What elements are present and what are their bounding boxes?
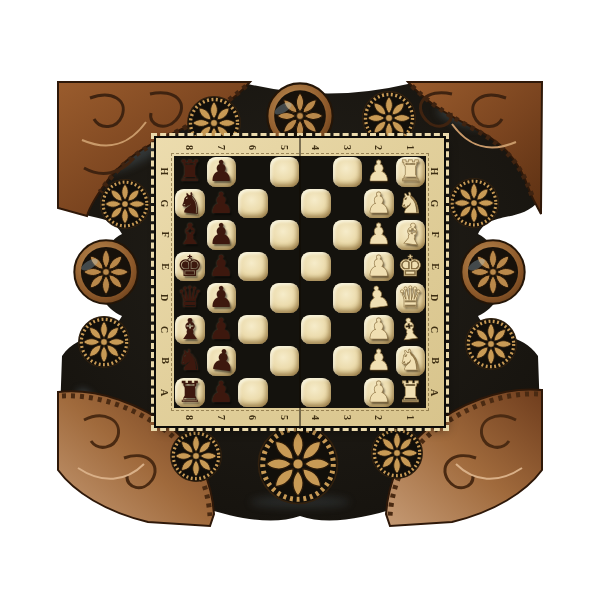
- piece-black-pawn-h7[interactable]: ♟: [206, 156, 238, 188]
- square-g8[interactable]: ♞: [174, 188, 206, 220]
- square-g3[interactable]: [332, 188, 364, 220]
- square-c4[interactable]: [300, 314, 332, 346]
- rank-label-bottom-3: 3: [332, 408, 364, 426]
- piece-white-rook-a1[interactable]: ♜: [395, 377, 427, 409]
- piece-black-pawn-c7[interactable]: ♟: [206, 314, 238, 346]
- rosette-top-right: [363, 92, 416, 145]
- piece-black-knight-b8[interactable]: ♞: [174, 345, 206, 377]
- square-c6[interactable]: [237, 314, 269, 346]
- piece-black-rook-h8[interactable]: ♜: [174, 156, 206, 188]
- square-c1[interactable]: ♝: [395, 314, 427, 346]
- piece-white-pawn-h2[interactable]: ♟: [363, 156, 395, 188]
- square-g1[interactable]: ♞: [395, 188, 427, 220]
- piece-white-pawn-e2[interactable]: ♟: [363, 251, 395, 283]
- square-b7[interactable]: ♟: [206, 345, 238, 377]
- carved-light-square-pillow: [333, 283, 363, 313]
- carved-light-square-pillow: [333, 220, 363, 250]
- square-h3[interactable]: [332, 156, 364, 188]
- rank-label-bottom-6: 6: [237, 408, 269, 426]
- rank-label-bottom-1: 1: [395, 408, 427, 426]
- board-border-corner: [156, 408, 174, 426]
- square-a7[interactable]: ♟: [206, 377, 238, 409]
- square-g5[interactable]: [269, 188, 301, 220]
- file-label-left-E: E: [156, 251, 174, 283]
- piece-white-bishop-f1[interactable]: ♝: [394, 217, 429, 252]
- square-a3[interactable]: [332, 377, 364, 409]
- square-e4[interactable]: [300, 251, 332, 283]
- square-b8[interactable]: ♞: [174, 345, 206, 377]
- piece-white-pawn-f2[interactable]: ♟: [363, 219, 395, 251]
- carved-light-square-pillow: [270, 346, 300, 376]
- square-d8[interactable]: ♛: [174, 282, 206, 314]
- piece-white-pawn-b2[interactable]: ♟: [363, 345, 395, 377]
- square-h4[interactable]: [300, 156, 332, 188]
- piece-white-bishop-c1[interactable]: ♝: [391, 312, 427, 348]
- rosette-left-lower: [79, 317, 130, 368]
- file-label-left-G: G: [156, 188, 174, 220]
- rank-label-bottom-2: 2: [363, 408, 395, 426]
- carved-light-square-pillow: [301, 189, 331, 219]
- piece-white-king-e1[interactable]: ♚: [395, 251, 427, 283]
- piece-white-knight-b1[interactable]: ♞: [395, 345, 427, 377]
- square-a2[interactable]: ♟: [363, 377, 395, 409]
- file-label-left-C: C: [156, 314, 174, 346]
- square-d7[interactable]: ♟: [206, 282, 238, 314]
- square-f5[interactable]: [269, 219, 301, 251]
- square-h5[interactable]: [269, 156, 301, 188]
- piece-black-pawn-b7[interactable]: ♟: [205, 343, 240, 378]
- knob-right-middle: [461, 240, 524, 303]
- square-f8[interactable]: ♝: [174, 219, 206, 251]
- board-fold-seam: [299, 135, 301, 429]
- rank-label-top-5: 5: [269, 138, 301, 156]
- rosette-right-upper: [450, 179, 499, 228]
- file-label-left-D: D: [156, 282, 174, 314]
- square-f1[interactable]: ♝: [395, 219, 427, 251]
- square-h2[interactable]: ♟: [363, 156, 395, 188]
- rosette-left-upper: [101, 180, 150, 229]
- rank-label-bottom-8: 8: [174, 408, 206, 426]
- file-label-left-A: A: [156, 377, 174, 409]
- square-h6[interactable]: [237, 156, 269, 188]
- square-g2[interactable]: ♟: [363, 188, 395, 220]
- square-f2[interactable]: ♟: [363, 219, 395, 251]
- square-e2[interactable]: ♟: [363, 251, 395, 283]
- square-d2[interactable]: ♟: [363, 282, 395, 314]
- square-a8[interactable]: ♜: [174, 377, 206, 409]
- square-e1[interactable]: ♚: [395, 251, 427, 283]
- piece-white-pawn-d2[interactable]: ♟: [360, 280, 396, 316]
- square-a1[interactable]: ♜: [395, 377, 427, 409]
- piece-black-pawn-f7[interactable]: ♟: [206, 219, 238, 251]
- square-b4[interactable]: [300, 345, 332, 377]
- square-b5[interactable]: [269, 345, 301, 377]
- rosette-bottom-right: [372, 428, 423, 479]
- square-d1[interactable]: ♛: [395, 282, 427, 314]
- square-d4[interactable]: [300, 282, 332, 314]
- rank-label-top-6: 6: [237, 138, 269, 156]
- square-e8[interactable]: ♚: [174, 251, 206, 283]
- file-label-left-B: B: [156, 345, 174, 377]
- file-label-right-G: G: [426, 188, 444, 220]
- square-f3[interactable]: [332, 219, 364, 251]
- square-f6[interactable]: [237, 219, 269, 251]
- square-g4[interactable]: [300, 188, 332, 220]
- rank-label-top-4: 4: [300, 138, 332, 156]
- board-border-corner: [426, 408, 444, 426]
- knob-left-middle: [74, 240, 137, 303]
- carved-light-square-pillow: [238, 378, 268, 408]
- square-d5[interactable]: [269, 282, 301, 314]
- carved-light-square-pillow: [333, 346, 363, 376]
- chess-board: 87654321H♜♟♟♜HG♞♟♟♞GF♝♟♟♝FE♚♟♟♚ED♛♟♟♛DC♝…: [156, 138, 444, 426]
- square-b2[interactable]: ♟: [363, 345, 395, 377]
- carved-light-square-pillow: [333, 157, 363, 187]
- carved-light-square-pillow: [301, 252, 331, 282]
- rank-label-bottom-4: 4: [300, 408, 332, 426]
- carved-light-square-pillow: [301, 315, 331, 345]
- square-a6[interactable]: [237, 377, 269, 409]
- piece-black-queen-d8[interactable]: ♛: [174, 282, 206, 314]
- square-b3[interactable]: [332, 345, 364, 377]
- square-f7[interactable]: ♟: [206, 219, 238, 251]
- file-label-right-C: C: [426, 314, 444, 346]
- file-label-right-B: B: [426, 345, 444, 377]
- square-c8[interactable]: ♝: [174, 314, 206, 346]
- carved-light-square-pillow: [270, 283, 300, 313]
- rosette-right-lower: [466, 319, 517, 370]
- carved-light-square-pillow: [238, 252, 268, 282]
- square-e6[interactable]: [237, 251, 269, 283]
- piece-black-pawn-d7[interactable]: ♟: [206, 282, 238, 314]
- rank-label-bottom-7: 7: [206, 408, 238, 426]
- file-label-left-H: H: [156, 156, 174, 188]
- square-d6[interactable]: [237, 282, 269, 314]
- square-a5[interactable]: [269, 377, 301, 409]
- square-h8[interactable]: ♜: [174, 156, 206, 188]
- file-label-left-F: F: [156, 219, 174, 251]
- chess-set-photo: 87654321H♜♟♟♜HG♞♟♟♞GF♝♟♟♝FE♚♟♟♚ED♛♟♟♛DC♝…: [0, 0, 600, 600]
- piece-white-pawn-a2[interactable]: ♟: [363, 377, 395, 409]
- square-e7[interactable]: ♟: [206, 251, 238, 283]
- piece-white-knight-g1[interactable]: ♞: [395, 188, 427, 220]
- board-border-corner: [426, 138, 444, 156]
- piece-black-bishop-c8[interactable]: ♝: [174, 314, 206, 346]
- carved-light-square-pillow: [238, 189, 268, 219]
- square-c5[interactable]: [269, 314, 301, 346]
- rosette-bottom-left: [171, 431, 222, 482]
- square-c2[interactable]: ♟: [363, 314, 395, 346]
- square-e3[interactable]: [332, 251, 364, 283]
- rosette-bottom-center: [259, 425, 338, 504]
- carved-light-square-pillow: [270, 157, 300, 187]
- piece-white-rook-h1[interactable]: ♜: [395, 156, 427, 188]
- piece-black-bishop-f8[interactable]: ♝: [174, 219, 206, 251]
- piece-black-pawn-g7[interactable]: ♟: [206, 188, 238, 220]
- carved-light-square-pillow: [301, 378, 331, 408]
- piece-white-queen-d1[interactable]: ♛: [395, 282, 427, 314]
- rank-label-top-3: 3: [332, 138, 364, 156]
- board-border-corner: [156, 138, 174, 156]
- square-d3[interactable]: [332, 282, 364, 314]
- square-f4[interactable]: [300, 219, 332, 251]
- file-label-right-A: A: [426, 377, 444, 409]
- piece-black-pawn-e7[interactable]: ♟: [206, 251, 238, 283]
- file-label-right-H: H: [426, 156, 444, 188]
- square-e5[interactable]: [269, 251, 301, 283]
- carved-light-square-pillow: [238, 315, 268, 345]
- file-label-right-E: E: [426, 251, 444, 283]
- piece-white-pawn-g2[interactable]: ♟: [363, 188, 395, 220]
- piece-black-rook-a8[interactable]: ♜: [174, 377, 206, 409]
- piece-black-king-e8[interactable]: ♚: [174, 251, 206, 283]
- carved-light-square-pillow: [270, 220, 300, 250]
- square-c7[interactable]: ♟: [206, 314, 238, 346]
- piece-white-pawn-c2[interactable]: ♟: [363, 314, 395, 346]
- square-g7[interactable]: ♟: [206, 188, 238, 220]
- square-h1[interactable]: ♜: [395, 156, 427, 188]
- square-b1[interactable]: ♞: [395, 345, 427, 377]
- square-b6[interactable]: [237, 345, 269, 377]
- rank-label-bottom-5: 5: [269, 408, 301, 426]
- square-g6[interactable]: [237, 188, 269, 220]
- file-label-right-D: D: [426, 282, 444, 314]
- piece-black-knight-g8[interactable]: ♞: [173, 186, 208, 221]
- piece-black-pawn-a7[interactable]: ♟: [206, 377, 238, 409]
- square-c3[interactable]: [332, 314, 364, 346]
- square-a4[interactable]: [300, 377, 332, 409]
- square-h7[interactable]: ♟: [206, 156, 238, 188]
